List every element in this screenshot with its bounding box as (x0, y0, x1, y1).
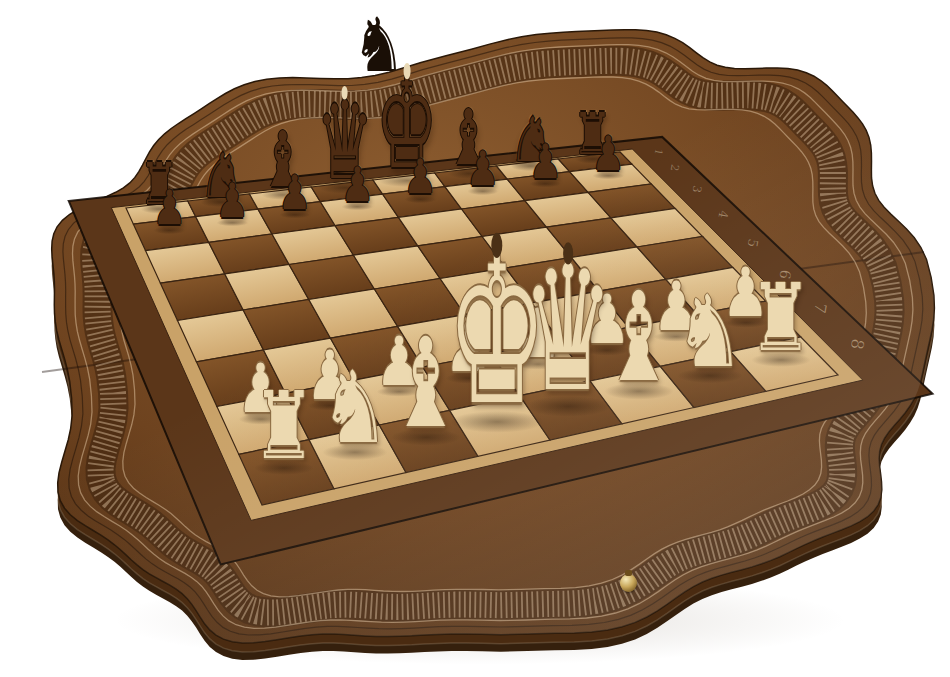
brass-clasp (620, 574, 637, 592)
pieces-layer: ♜♞♝♛♚♝♞♜♟♟♟♟♟♟♟♟♟♟♟♟♟♟♟♟♜♞♝♚♛♝♞♜ (0, 0, 950, 677)
piece-black-pawn-h7[interactable]: ♟ (591, 133, 624, 177)
finial-tip (403, 63, 410, 79)
finial-tip (342, 87, 348, 100)
piece-black-pawn-e7[interactable]: ♟ (403, 157, 436, 201)
piece-black-pawn-c7[interactable]: ♟ (278, 172, 311, 216)
product-photo-stage: ♞ 12345678 ♜♞♝♛♚♝♞♜♟♟♟♟♟♟♟♟♟♟♟♟♟♟♟♟♜♞♝♚♛… (0, 0, 950, 677)
piece-white-bishop-c1[interactable]: ♝ (389, 325, 463, 439)
piece-black-pawn-b7[interactable]: ♟ (215, 180, 248, 224)
piece-white-rook-h1[interactable]: ♜ (749, 277, 812, 363)
finial-tip (563, 243, 573, 265)
piece-white-rook-a1[interactable]: ♜ (252, 384, 315, 470)
finial-tip (491, 232, 502, 257)
piece-black-pawn-a7[interactable]: ♟ (153, 188, 186, 232)
piece-white-knight-b1[interactable]: ♞ (320, 363, 390, 455)
piece-white-knight-g1[interactable]: ♞ (675, 286, 745, 378)
piece-black-pawn-g7[interactable]: ♟ (529, 141, 562, 185)
piece-black-pawn-d7[interactable]: ♟ (341, 164, 374, 208)
piece-black-pawn-f7[interactable]: ♟ (466, 149, 499, 193)
